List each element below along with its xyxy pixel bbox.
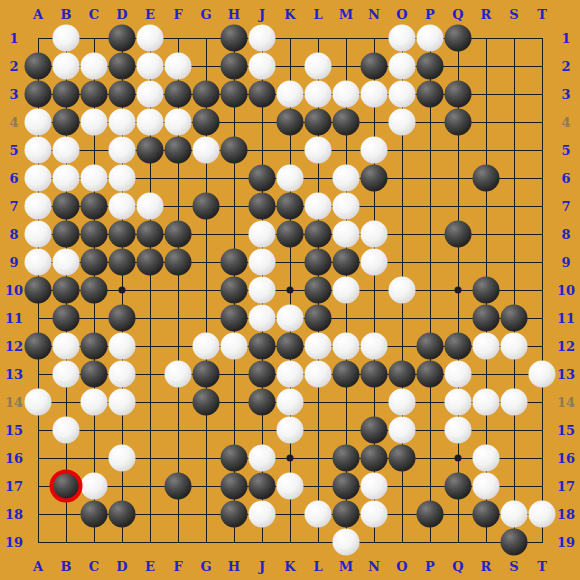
stone-g13-black[interactable]	[193, 361, 220, 388]
stone-q17-black[interactable]	[445, 473, 472, 500]
row-label-right-17: 17	[557, 479, 575, 494]
stone-j6-black[interactable]	[249, 165, 276, 192]
star-point-q10	[455, 287, 462, 294]
stone-d5-white[interactable]	[109, 137, 136, 164]
stone-e7-white[interactable]	[137, 193, 164, 220]
stone-r12-white[interactable]	[473, 333, 500, 360]
stone-r6-black[interactable]	[473, 165, 500, 192]
stone-f5-black[interactable]	[165, 137, 192, 164]
stone-b7-black[interactable]	[53, 193, 80, 220]
row-label-left-4: 4	[9, 115, 18, 130]
stone-b4-black[interactable]	[53, 109, 80, 136]
stone-n8-white[interactable]	[361, 221, 388, 248]
row-label-left-10: 10	[5, 283, 23, 298]
stone-e1-white[interactable]	[137, 25, 164, 52]
stone-n2-black[interactable]	[361, 53, 388, 80]
stone-s19-black[interactable]	[501, 529, 528, 556]
column-label-top-q: Q	[452, 7, 463, 22]
column-label-top-n: N	[368, 7, 380, 22]
stone-d13-white[interactable]	[109, 361, 136, 388]
column-label-bottom-d: D	[116, 559, 127, 574]
column-label-bottom-a: A	[33, 559, 43, 574]
stone-a5-white[interactable]	[25, 137, 52, 164]
stone-f17-black[interactable]	[165, 473, 192, 500]
stone-h3-black[interactable]	[221, 81, 248, 108]
stone-d9-black[interactable]	[109, 249, 136, 276]
row-label-left-2: 2	[9, 59, 18, 74]
stone-m6-white[interactable]	[333, 165, 360, 192]
stone-j11-white[interactable]	[249, 305, 276, 332]
stone-b13-white[interactable]	[53, 361, 80, 388]
stone-q1-black[interactable]	[445, 25, 472, 52]
column-label-top-r: R	[481, 7, 492, 22]
stone-j3-black[interactable]	[249, 81, 276, 108]
column-label-bottom-p: P	[425, 559, 435, 574]
stone-d4-white[interactable]	[109, 109, 136, 136]
column-label-bottom-k: K	[284, 559, 295, 574]
stone-d7-white[interactable]	[109, 193, 136, 220]
column-label-bottom-h: H	[228, 559, 240, 574]
row-label-right-1: 1	[561, 31, 570, 46]
stone-o13-black[interactable]	[389, 361, 416, 388]
row-label-left-16: 16	[5, 451, 23, 466]
stone-m3-white[interactable]	[333, 81, 360, 108]
stone-c10-black[interactable]	[81, 277, 108, 304]
stone-k3-white[interactable]	[277, 81, 304, 108]
stone-d18-black[interactable]	[109, 501, 136, 528]
row-label-right-12: 12	[557, 339, 575, 354]
stone-p12-black[interactable]	[417, 333, 444, 360]
column-label-top-p: P	[425, 7, 435, 22]
stone-j14-black[interactable]	[249, 389, 276, 416]
stone-n3-white[interactable]	[361, 81, 388, 108]
stone-g5-white[interactable]	[193, 137, 220, 164]
stone-l11-black[interactable]	[305, 305, 332, 332]
column-label-bottom-g: G	[200, 559, 211, 574]
column-label-top-f: F	[173, 7, 182, 22]
stone-m12-white[interactable]	[333, 333, 360, 360]
column-label-bottom-f: F	[173, 559, 182, 574]
stone-c14-white[interactable]	[81, 389, 108, 416]
row-label-right-14: 14	[557, 395, 575, 410]
column-label-top-t: T	[537, 7, 547, 22]
column-label-top-c: C	[89, 7, 99, 22]
stone-j12-black[interactable]	[249, 333, 276, 360]
stone-k15-white[interactable]	[277, 417, 304, 444]
column-label-bottom-q: Q	[452, 559, 463, 574]
stone-l8-black[interactable]	[305, 221, 332, 248]
row-label-left-12: 12	[5, 339, 23, 354]
stone-g4-black[interactable]	[193, 109, 220, 136]
stone-h17-black[interactable]	[221, 473, 248, 500]
stone-q14-white[interactable]	[445, 389, 472, 416]
row-label-right-19: 19	[557, 535, 575, 550]
stone-d6-white[interactable]	[109, 165, 136, 192]
stone-a14-white[interactable]	[25, 389, 52, 416]
row-label-right-10: 10	[557, 283, 575, 298]
star-point-q16	[455, 455, 462, 462]
stone-e8-black[interactable]	[137, 221, 164, 248]
stone-f4-white[interactable]	[165, 109, 192, 136]
row-label-right-2: 2	[561, 59, 570, 74]
stone-m10-white[interactable]	[333, 277, 360, 304]
stone-b2-white[interactable]	[53, 53, 80, 80]
stone-o10-white[interactable]	[389, 277, 416, 304]
column-label-bottom-c: C	[89, 559, 99, 574]
row-label-left-19: 19	[5, 535, 23, 550]
column-label-bottom-m: M	[339, 559, 353, 574]
stone-g3-black[interactable]	[193, 81, 220, 108]
column-label-top-e: E	[145, 7, 155, 22]
stone-n15-black[interactable]	[361, 417, 388, 444]
column-label-top-g: G	[200, 7, 211, 22]
column-label-bottom-s: S	[509, 559, 518, 574]
stone-c4-white[interactable]	[81, 109, 108, 136]
row-label-left-13: 13	[5, 367, 23, 382]
column-label-top-h: H	[228, 7, 240, 22]
stone-l9-black[interactable]	[305, 249, 332, 276]
stone-f3-black[interactable]	[165, 81, 192, 108]
row-label-left-14: 14	[5, 395, 23, 410]
stone-m16-black[interactable]	[333, 445, 360, 472]
stone-q8-black[interactable]	[445, 221, 472, 248]
stone-l2-white[interactable]	[305, 53, 332, 80]
stone-m4-black[interactable]	[333, 109, 360, 136]
stone-k6-white[interactable]	[277, 165, 304, 192]
stone-s18-white[interactable]	[501, 501, 528, 528]
stone-k7-black[interactable]	[277, 193, 304, 220]
star-point-d10	[119, 287, 126, 294]
stone-j2-white[interactable]	[249, 53, 276, 80]
stone-k12-black[interactable]	[277, 333, 304, 360]
stone-l5-white[interactable]	[305, 137, 332, 164]
stone-d11-black[interactable]	[109, 305, 136, 332]
star-point-k10	[287, 287, 294, 294]
stone-j7-black[interactable]	[249, 193, 276, 220]
stone-e3-white[interactable]	[137, 81, 164, 108]
stone-n13-black[interactable]	[361, 361, 388, 388]
stone-o16-black[interactable]	[389, 445, 416, 472]
stone-a9-white[interactable]	[25, 249, 52, 276]
stone-m7-white[interactable]	[333, 193, 360, 220]
stone-d3-black[interactable]	[109, 81, 136, 108]
column-label-top-j: J	[259, 7, 265, 22]
stone-b3-black[interactable]	[53, 81, 80, 108]
column-label-top-a: A	[33, 7, 43, 22]
row-label-right-13: 13	[557, 367, 575, 382]
stone-a6-white[interactable]	[25, 165, 52, 192]
stone-b11-black[interactable]	[53, 305, 80, 332]
stone-o14-white[interactable]	[389, 389, 416, 416]
stone-r11-black[interactable]	[473, 305, 500, 332]
stone-m13-black[interactable]	[333, 361, 360, 388]
stone-j1-white[interactable]	[249, 25, 276, 52]
stone-b12-white[interactable]	[53, 333, 80, 360]
stone-p2-black[interactable]	[417, 53, 444, 80]
stone-b5-white[interactable]	[53, 137, 80, 164]
stone-k13-white[interactable]	[277, 361, 304, 388]
stone-d1-black[interactable]	[109, 25, 136, 52]
stone-l4-black[interactable]	[305, 109, 332, 136]
row-label-left-6: 6	[9, 171, 18, 186]
stone-c3-black[interactable]	[81, 81, 108, 108]
stone-l3-white[interactable]	[305, 81, 332, 108]
last-move-marker	[50, 470, 83, 503]
stone-j8-white[interactable]	[249, 221, 276, 248]
stone-l13-white[interactable]	[305, 361, 332, 388]
stone-d8-black[interactable]	[109, 221, 136, 248]
row-label-left-5: 5	[9, 143, 18, 158]
column-label-top-m: M	[339, 7, 353, 22]
row-label-left-7: 7	[9, 199, 18, 214]
stone-a12-black[interactable]	[25, 333, 52, 360]
row-label-right-18: 18	[557, 507, 575, 522]
stone-n9-white[interactable]	[361, 249, 388, 276]
stone-d14-white[interactable]	[109, 389, 136, 416]
stone-f9-black[interactable]	[165, 249, 192, 276]
stone-e9-black[interactable]	[137, 249, 164, 276]
stone-b8-black[interactable]	[53, 221, 80, 248]
row-label-left-9: 9	[9, 255, 18, 270]
stone-q12-black[interactable]	[445, 333, 472, 360]
stone-o1-white[interactable]	[389, 25, 416, 52]
column-label-bottom-n: N	[368, 559, 380, 574]
stone-c18-black[interactable]	[81, 501, 108, 528]
stone-n18-white[interactable]	[361, 501, 388, 528]
stone-h11-black[interactable]	[221, 305, 248, 332]
stone-k14-white[interactable]	[277, 389, 304, 416]
stone-c8-black[interactable]	[81, 221, 108, 248]
stone-q4-black[interactable]	[445, 109, 472, 136]
stone-o15-white[interactable]	[389, 417, 416, 444]
stone-c12-black[interactable]	[81, 333, 108, 360]
stone-n17-white[interactable]	[361, 473, 388, 500]
stone-n5-white[interactable]	[361, 137, 388, 164]
row-label-left-17: 17	[5, 479, 23, 494]
stone-j17-black[interactable]	[249, 473, 276, 500]
stone-j18-white[interactable]	[249, 501, 276, 528]
column-label-top-k: K	[284, 7, 295, 22]
row-label-right-7: 7	[561, 199, 570, 214]
row-label-right-15: 15	[557, 423, 575, 438]
stone-b6-white[interactable]	[53, 165, 80, 192]
stone-m19-white[interactable]	[333, 529, 360, 556]
stone-e5-black[interactable]	[137, 137, 164, 164]
stone-r10-black[interactable]	[473, 277, 500, 304]
stone-c13-black[interactable]	[81, 361, 108, 388]
stone-a7-white[interactable]	[25, 193, 52, 220]
column-label-top-o: O	[396, 7, 407, 22]
row-label-left-8: 8	[9, 227, 18, 242]
column-label-bottom-t: T	[537, 559, 547, 574]
stone-a10-black[interactable]	[25, 277, 52, 304]
stone-p18-black[interactable]	[417, 501, 444, 528]
star-point-k16	[287, 455, 294, 462]
stone-s14-white[interactable]	[501, 389, 528, 416]
stone-t13-white[interactable]	[529, 361, 556, 388]
stone-g14-black[interactable]	[193, 389, 220, 416]
stone-e2-white[interactable]	[137, 53, 164, 80]
stone-r18-black[interactable]	[473, 501, 500, 528]
stone-o3-white[interactable]	[389, 81, 416, 108]
stone-a2-black[interactable]	[25, 53, 52, 80]
column-label-bottom-e: E	[145, 559, 155, 574]
row-label-left-11: 11	[5, 311, 23, 326]
stone-l12-white[interactable]	[305, 333, 332, 360]
stone-a3-black[interactable]	[25, 81, 52, 108]
stone-f2-white[interactable]	[165, 53, 192, 80]
stone-k8-black[interactable]	[277, 221, 304, 248]
column-label-bottom-l: L	[313, 559, 322, 574]
row-label-left-18: 18	[5, 507, 23, 522]
stone-m8-white[interactable]	[333, 221, 360, 248]
go-board[interactable]: AABBCCDDEEFFGGHHJJKKLLMMNNOOPPQQRRSSTT11…	[0, 0, 580, 580]
column-label-top-s: S	[509, 7, 518, 22]
stone-h10-black[interactable]	[221, 277, 248, 304]
stone-q15-white[interactable]	[445, 417, 472, 444]
stone-e4-white[interactable]	[137, 109, 164, 136]
stone-p1-white[interactable]	[417, 25, 444, 52]
row-label-left-1: 1	[9, 31, 18, 46]
column-label-top-d: D	[116, 7, 127, 22]
stone-n12-white[interactable]	[361, 333, 388, 360]
stone-o4-white[interactable]	[389, 109, 416, 136]
stone-c17-white[interactable]	[81, 473, 108, 500]
stone-b9-white[interactable]	[53, 249, 80, 276]
stone-g7-black[interactable]	[193, 193, 220, 220]
column-label-bottom-j: J	[259, 559, 265, 574]
stone-t18-white[interactable]	[529, 501, 556, 528]
stone-d16-white[interactable]	[109, 445, 136, 472]
stone-g12-white[interactable]	[193, 333, 220, 360]
stone-j9-white[interactable]	[249, 249, 276, 276]
stone-k4-black[interactable]	[277, 109, 304, 136]
row-label-right-4: 4	[561, 115, 570, 130]
stone-j13-black[interactable]	[249, 361, 276, 388]
stone-m9-black[interactable]	[333, 249, 360, 276]
stone-d2-black[interactable]	[109, 53, 136, 80]
stone-o2-white[interactable]	[389, 53, 416, 80]
stone-k17-white[interactable]	[277, 473, 304, 500]
stone-n16-black[interactable]	[361, 445, 388, 472]
stone-l18-white[interactable]	[305, 501, 332, 528]
stone-f8-black[interactable]	[165, 221, 192, 248]
stone-c6-white[interactable]	[81, 165, 108, 192]
stone-a8-white[interactable]	[25, 221, 52, 248]
row-label-left-15: 15	[5, 423, 23, 438]
stone-q3-black[interactable]	[445, 81, 472, 108]
column-label-bottom-r: R	[481, 559, 492, 574]
stone-c9-black[interactable]	[81, 249, 108, 276]
stone-c2-white[interactable]	[81, 53, 108, 80]
stone-c7-black[interactable]	[81, 193, 108, 220]
stone-l7-white[interactable]	[305, 193, 332, 220]
stone-b1-white[interactable]	[53, 25, 80, 52]
stone-l10-black[interactable]	[305, 277, 332, 304]
row-label-right-11: 11	[557, 311, 575, 326]
stone-r16-white[interactable]	[473, 445, 500, 472]
row-label-left-3: 3	[9, 87, 18, 102]
row-label-right-9: 9	[561, 255, 570, 270]
stone-b15-white[interactable]	[53, 417, 80, 444]
stone-r14-white[interactable]	[473, 389, 500, 416]
column-label-top-b: B	[61, 7, 72, 22]
stone-s11-black[interactable]	[501, 305, 528, 332]
row-label-right-3: 3	[561, 87, 570, 102]
stone-a4-white[interactable]	[25, 109, 52, 136]
stone-h2-black[interactable]	[221, 53, 248, 80]
row-label-right-16: 16	[557, 451, 575, 466]
stone-h1-black[interactable]	[221, 25, 248, 52]
stone-m18-black[interactable]	[333, 501, 360, 528]
stone-d12-white[interactable]	[109, 333, 136, 360]
stone-h16-black[interactable]	[221, 445, 248, 472]
stone-n6-black[interactable]	[361, 165, 388, 192]
stone-k11-white[interactable]	[277, 305, 304, 332]
stone-h18-black[interactable]	[221, 501, 248, 528]
stone-h12-white[interactable]	[221, 333, 248, 360]
row-label-right-8: 8	[561, 227, 570, 242]
row-label-right-6: 6	[561, 171, 570, 186]
column-label-bottom-o: O	[396, 559, 407, 574]
stone-j16-white[interactable]	[249, 445, 276, 472]
row-label-right-5: 5	[561, 143, 570, 158]
stone-h9-black[interactable]	[221, 249, 248, 276]
stone-p13-black[interactable]	[417, 361, 444, 388]
stone-h5-black[interactable]	[221, 137, 248, 164]
stone-q13-white[interactable]	[445, 361, 472, 388]
stone-m17-black[interactable]	[333, 473, 360, 500]
stone-b10-black[interactable]	[53, 277, 80, 304]
column-label-top-l: L	[313, 7, 322, 22]
stone-f13-white[interactable]	[165, 361, 192, 388]
column-label-bottom-b: B	[61, 559, 72, 574]
stone-p3-black[interactable]	[417, 81, 444, 108]
stone-s12-white[interactable]	[501, 333, 528, 360]
stone-j10-white[interactable]	[249, 277, 276, 304]
stone-r17-white[interactable]	[473, 473, 500, 500]
